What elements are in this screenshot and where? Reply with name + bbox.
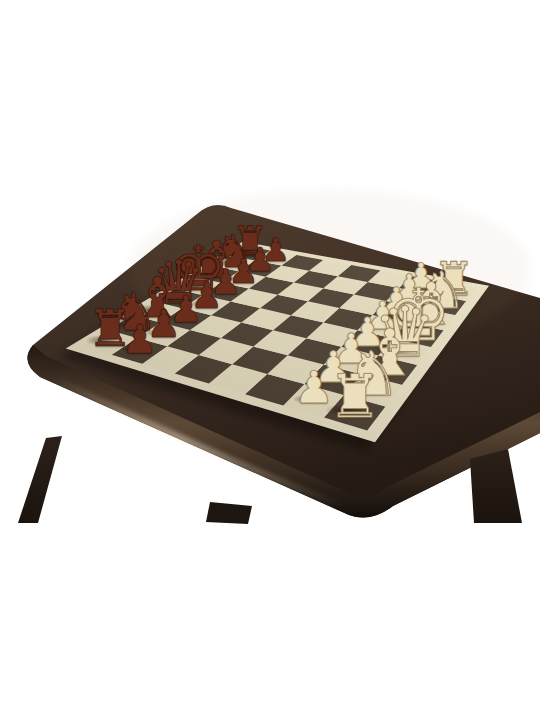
chess-table-product-photo: ♜♞♝♛♚♝♞♜♟♟♟♟♟♟♟♟♟♟♟♟♟♟♟♟♜♞♝♛♚♝♞♜ <box>0 0 540 720</box>
table-and-board-graphic <box>0 0 540 720</box>
table-leg-right <box>470 449 522 523</box>
table-leg-left <box>18 436 62 523</box>
table-leg-near <box>206 502 252 524</box>
